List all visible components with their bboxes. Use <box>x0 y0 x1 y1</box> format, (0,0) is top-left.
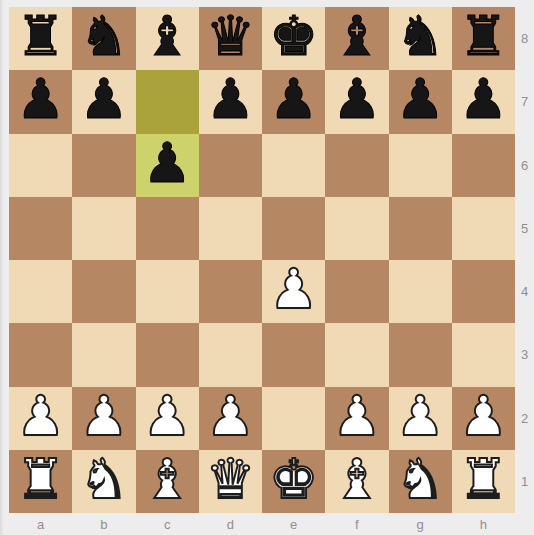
piece-black-bishop[interactable]: ♝ <box>332 9 381 64</box>
square-e2[interactable] <box>262 387 325 450</box>
square-f6[interactable] <box>325 134 388 197</box>
square-d3[interactable] <box>199 323 262 386</box>
square-h2[interactable]: ♟ <box>452 387 515 450</box>
piece-black-queen[interactable]: ♛ <box>206 9 255 64</box>
square-a6[interactable] <box>9 134 72 197</box>
square-c3[interactable] <box>136 323 199 386</box>
square-g8[interactable]: ♞ <box>389 7 452 70</box>
piece-black-pawn[interactable]: ♟ <box>16 72 65 127</box>
square-h5[interactable] <box>452 197 515 260</box>
rank-coordinates: 87654321 <box>515 7 534 513</box>
square-d5[interactable] <box>199 197 262 260</box>
file-label-h: h <box>452 513 515 535</box>
square-f5[interactable] <box>325 197 388 260</box>
page-background: ♜♞♝♛♚♝♞♜♟♟♟♟♟♟♟♟♟♟♟♟♟♟♟♟♜♞♝♛♚♝♞♜ 8765432… <box>0 0 534 535</box>
square-a3[interactable] <box>9 323 72 386</box>
piece-black-knight[interactable]: ♞ <box>79 9 128 64</box>
piece-black-pawn[interactable]: ♟ <box>332 72 381 127</box>
square-f8[interactable]: ♝ <box>325 7 388 70</box>
piece-black-king[interactable]: ♚ <box>269 9 318 64</box>
piece-black-pawn[interactable]: ♟ <box>206 72 255 127</box>
square-d7[interactable]: ♟ <box>199 70 262 133</box>
square-c5[interactable] <box>136 197 199 260</box>
piece-white-pawn[interactable]: ♟ <box>269 262 318 317</box>
square-a2[interactable]: ♟ <box>9 387 72 450</box>
piece-white-knight[interactable]: ♞ <box>79 452 128 507</box>
piece-white-king[interactable]: ♚ <box>269 452 318 507</box>
square-f3[interactable] <box>325 323 388 386</box>
square-f7[interactable]: ♟ <box>325 70 388 133</box>
piece-black-pawn[interactable]: ♟ <box>269 72 318 127</box>
square-g4[interactable] <box>389 260 452 323</box>
square-c4[interactable] <box>136 260 199 323</box>
square-g3[interactable] <box>389 323 452 386</box>
square-c6[interactable]: ♟ <box>136 134 199 197</box>
square-b7[interactable]: ♟ <box>72 70 135 133</box>
file-label-c: c <box>136 513 199 535</box>
piece-white-pawn[interactable]: ♟ <box>206 389 255 444</box>
square-b4[interactable] <box>72 260 135 323</box>
rank-label-8: 8 <box>515 7 534 70</box>
piece-black-rook[interactable]: ♜ <box>459 9 508 64</box>
file-coordinates: abcdefgh <box>9 513 515 535</box>
square-g6[interactable] <box>389 134 452 197</box>
piece-white-queen[interactable]: ♛ <box>206 452 255 507</box>
square-g5[interactable] <box>389 197 452 260</box>
rank-label-2: 2 <box>515 387 534 450</box>
square-h7[interactable]: ♟ <box>452 70 515 133</box>
square-f1[interactable]: ♝ <box>325 450 388 513</box>
piece-white-pawn[interactable]: ♟ <box>459 389 508 444</box>
square-d4[interactable] <box>199 260 262 323</box>
piece-white-pawn[interactable]: ♟ <box>142 389 191 444</box>
file-label-d: d <box>199 513 262 535</box>
file-label-g: g <box>389 513 452 535</box>
piece-black-knight[interactable]: ♞ <box>395 9 444 64</box>
rank-label-4: 4 <box>515 260 534 323</box>
file-label-e: e <box>262 513 325 535</box>
piece-black-pawn[interactable]: ♟ <box>142 136 191 191</box>
piece-white-rook[interactable]: ♜ <box>459 452 508 507</box>
square-c8[interactable]: ♝ <box>136 7 199 70</box>
square-h8[interactable]: ♜ <box>452 7 515 70</box>
square-a4[interactable] <box>9 260 72 323</box>
rank-label-3: 3 <box>515 323 534 386</box>
square-h6[interactable] <box>452 134 515 197</box>
square-b1[interactable]: ♞ <box>72 450 135 513</box>
square-b2[interactable]: ♟ <box>72 387 135 450</box>
square-g7[interactable]: ♟ <box>389 70 452 133</box>
square-a8[interactable]: ♜ <box>9 7 72 70</box>
piece-white-pawn[interactable]: ♟ <box>395 389 444 444</box>
piece-white-pawn[interactable]: ♟ <box>79 389 128 444</box>
square-c1[interactable]: ♝ <box>136 450 199 513</box>
square-b3[interactable] <box>72 323 135 386</box>
piece-white-rook[interactable]: ♜ <box>16 452 65 507</box>
square-e7[interactable]: ♟ <box>262 70 325 133</box>
piece-black-pawn[interactable]: ♟ <box>459 72 508 127</box>
square-e8[interactable]: ♚ <box>262 7 325 70</box>
piece-white-bishop[interactable]: ♝ <box>142 452 191 507</box>
file-label-b: b <box>72 513 135 535</box>
square-d1[interactable]: ♛ <box>199 450 262 513</box>
square-f4[interactable] <box>325 260 388 323</box>
square-a7[interactable]: ♟ <box>9 70 72 133</box>
square-b5[interactable] <box>72 197 135 260</box>
piece-white-pawn[interactable]: ♟ <box>16 389 65 444</box>
piece-white-pawn[interactable]: ♟ <box>332 389 381 444</box>
piece-black-bishop[interactable]: ♝ <box>142 9 191 64</box>
piece-white-knight[interactable]: ♞ <box>395 452 444 507</box>
square-e3[interactable] <box>262 323 325 386</box>
square-g2[interactable]: ♟ <box>389 387 452 450</box>
rank-label-6: 6 <box>515 134 534 197</box>
file-label-f: f <box>325 513 388 535</box>
square-d2[interactable]: ♟ <box>199 387 262 450</box>
square-e6[interactable] <box>262 134 325 197</box>
square-h1[interactable]: ♜ <box>452 450 515 513</box>
square-h3[interactable] <box>452 323 515 386</box>
square-g1[interactable]: ♞ <box>389 450 452 513</box>
rank-label-7: 7 <box>515 70 534 133</box>
chess-board: ♜♞♝♛♚♝♞♜♟♟♟♟♟♟♟♟♟♟♟♟♟♟♟♟♜♞♝♛♚♝♞♜ <box>9 7 515 513</box>
piece-black-rook[interactable]: ♜ <box>16 9 65 64</box>
rank-label-1: 1 <box>515 450 534 513</box>
square-d8[interactable]: ♛ <box>199 7 262 70</box>
square-e1[interactable]: ♚ <box>262 450 325 513</box>
square-c2[interactable]: ♟ <box>136 387 199 450</box>
piece-black-pawn[interactable]: ♟ <box>79 72 128 127</box>
square-c7[interactable] <box>136 70 199 133</box>
rank-label-5: 5 <box>515 197 534 260</box>
square-f2[interactable]: ♟ <box>325 387 388 450</box>
file-label-a: a <box>9 513 72 535</box>
square-e5[interactable] <box>262 197 325 260</box>
square-e4[interactable]: ♟ <box>262 260 325 323</box>
square-b8[interactable]: ♞ <box>72 7 135 70</box>
square-b6[interactable] <box>72 134 135 197</box>
square-a1[interactable]: ♜ <box>9 450 72 513</box>
square-a5[interactable] <box>9 197 72 260</box>
piece-black-pawn[interactable]: ♟ <box>395 72 444 127</box>
piece-white-bishop[interactable]: ♝ <box>332 452 381 507</box>
square-h4[interactable] <box>452 260 515 323</box>
square-d6[interactable] <box>199 134 262 197</box>
